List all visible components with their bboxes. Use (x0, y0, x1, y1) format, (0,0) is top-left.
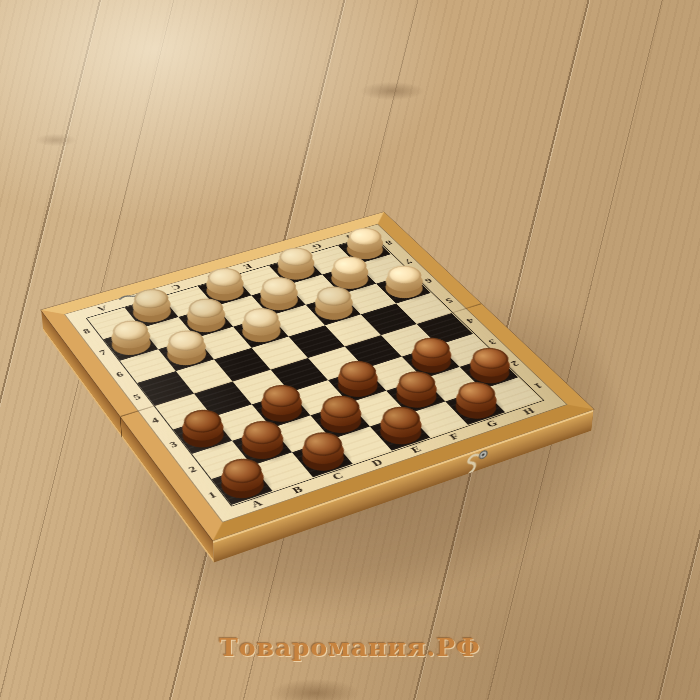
checker-light-b6[interactable] (160, 339, 212, 370)
watermark: Товаромания.РФ (219, 633, 480, 662)
photo-scene: ABCDEFGH ABCDEFGH 87654321 87654321 (0, 0, 700, 700)
checker-light-d6[interactable] (235, 317, 286, 347)
checker-dark-e1[interactable] (372, 415, 428, 449)
checker-dark-c1[interactable] (294, 441, 350, 476)
checker-dark-g1[interactable] (447, 391, 503, 424)
checker-light-f6[interactable] (308, 295, 359, 324)
